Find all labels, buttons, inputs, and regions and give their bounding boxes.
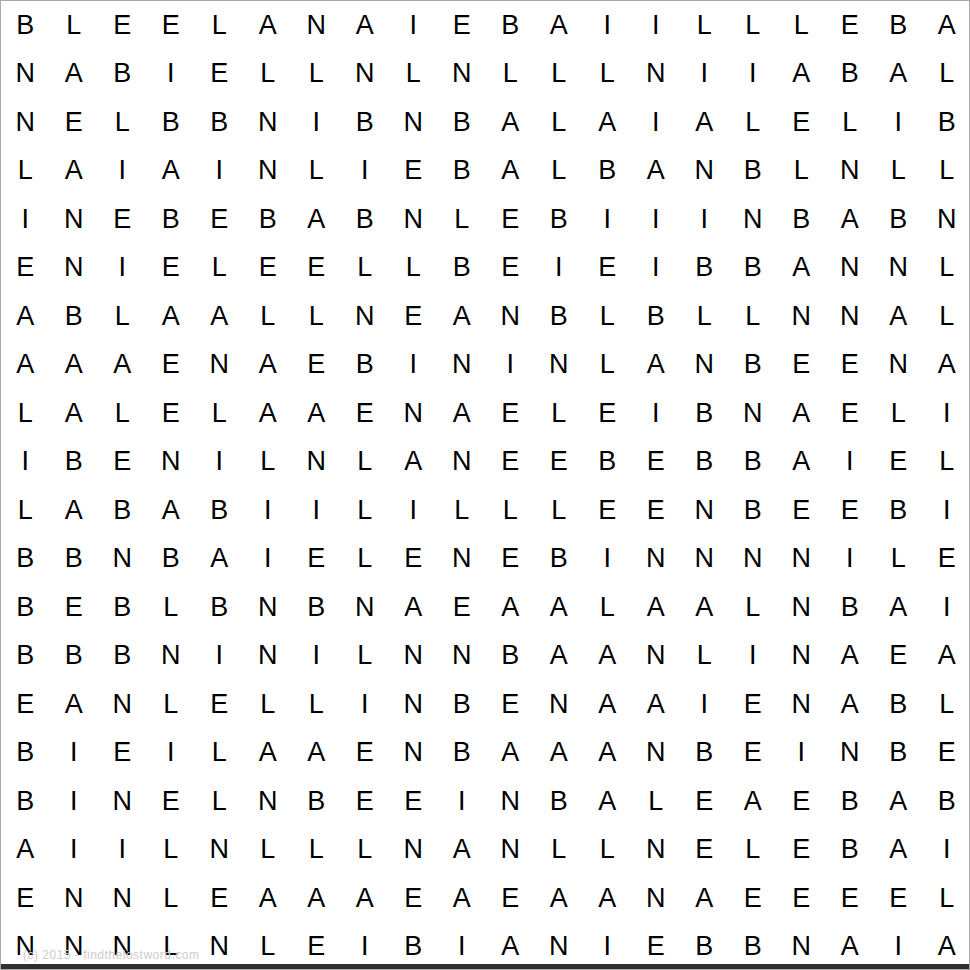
grid-cell[interactable]: L <box>98 389 147 438</box>
grid-cell[interactable]: E <box>1 874 50 923</box>
grid-cell[interactable]: E <box>826 874 875 923</box>
grid-cell[interactable]: N <box>680 535 729 584</box>
grid-cell[interactable]: A <box>147 147 196 196</box>
grid-cell[interactable]: I <box>341 147 390 196</box>
grid-cell[interactable]: N <box>535 923 584 970</box>
grid-cell[interactable]: B <box>1 729 50 778</box>
grid-cell[interactable]: B <box>195 583 244 632</box>
grid-cell[interactable]: A <box>50 341 99 390</box>
grid-cell[interactable]: N <box>50 244 99 293</box>
grid-cell[interactable]: L <box>535 50 584 99</box>
grid-cell[interactable]: E <box>486 389 535 438</box>
grid-cell[interactable]: N <box>632 50 681 99</box>
grid-cell[interactable]: N <box>777 535 826 584</box>
grid-cell[interactable]: L <box>923 147 970 196</box>
grid-cell[interactable]: I <box>292 632 341 681</box>
grid-cell[interactable]: L <box>583 583 632 632</box>
grid-cell[interactable]: E <box>583 486 632 535</box>
grid-cell[interactable]: A <box>777 389 826 438</box>
grid-cell[interactable]: L <box>729 1 778 50</box>
grid-cell[interactable]: B <box>826 777 875 826</box>
grid-cell[interactable]: I <box>680 680 729 729</box>
grid-cell[interactable]: E <box>486 535 535 584</box>
grid-cell[interactable]: B <box>874 195 923 244</box>
grid-cell[interactable]: N <box>632 874 681 923</box>
grid-cell[interactable]: A <box>680 583 729 632</box>
grid-cell[interactable]: E <box>826 486 875 535</box>
grid-cell[interactable]: L <box>777 147 826 196</box>
grid-cell[interactable]: B <box>729 486 778 535</box>
grid-cell[interactable]: E <box>486 195 535 244</box>
grid-cell[interactable]: E <box>486 244 535 293</box>
grid-cell[interactable]: A <box>1 341 50 390</box>
grid-cell[interactable]: E <box>50 98 99 147</box>
grid-cell[interactable]: I <box>583 1 632 50</box>
grid-cell[interactable]: I <box>486 341 535 390</box>
grid-cell[interactable]: I <box>632 195 681 244</box>
grid-cell[interactable]: A <box>292 874 341 923</box>
grid-cell[interactable]: L <box>341 244 390 293</box>
grid-cell[interactable]: I <box>632 1 681 50</box>
grid-cell[interactable]: E <box>777 341 826 390</box>
grid-cell[interactable]: E <box>195 874 244 923</box>
grid-cell[interactable]: A <box>341 1 390 50</box>
grid-cell[interactable]: I <box>874 923 923 970</box>
grid-cell[interactable]: N <box>98 680 147 729</box>
grid-cell[interactable]: B <box>292 777 341 826</box>
grid-cell[interactable]: B <box>777 195 826 244</box>
grid-cell[interactable]: A <box>535 1 584 50</box>
grid-cell[interactable]: I <box>535 244 584 293</box>
grid-cell[interactable]: L <box>535 486 584 535</box>
grid-cell[interactable]: N <box>50 195 99 244</box>
grid-cell[interactable]: B <box>583 438 632 487</box>
grid-cell[interactable]: E <box>826 341 875 390</box>
grid-cell[interactable]: I <box>729 632 778 681</box>
grid-cell[interactable]: B <box>195 98 244 147</box>
grid-cell[interactable]: E <box>1 244 50 293</box>
grid-cell[interactable]: N <box>147 632 196 681</box>
grid-cell[interactable]: L <box>923 50 970 99</box>
grid-cell[interactable]: A <box>244 389 293 438</box>
grid-cell[interactable]: A <box>389 438 438 487</box>
grid-cell[interactable]: L <box>195 1 244 50</box>
grid-cell[interactable]: A <box>389 583 438 632</box>
grid-cell[interactable]: L <box>292 680 341 729</box>
grid-cell[interactable]: N <box>729 195 778 244</box>
grid-cell[interactable]: I <box>98 147 147 196</box>
grid-cell[interactable]: N <box>535 680 584 729</box>
grid-cell[interactable]: B <box>632 292 681 341</box>
grid-cell[interactable]: N <box>389 98 438 147</box>
grid-cell[interactable]: A <box>826 195 875 244</box>
grid-cell[interactable]: N <box>389 632 438 681</box>
grid-cell[interactable]: E <box>777 826 826 875</box>
grid-cell[interactable]: B <box>680 389 729 438</box>
grid-cell[interactable]: L <box>244 438 293 487</box>
grid-cell[interactable]: E <box>341 777 390 826</box>
grid-cell[interactable]: I <box>874 98 923 147</box>
grid-cell[interactable]: A <box>874 50 923 99</box>
grid-cell[interactable]: N <box>438 632 487 681</box>
grid-cell[interactable]: N <box>244 98 293 147</box>
grid-cell[interactable]: E <box>389 292 438 341</box>
grid-cell[interactable]: E <box>826 389 875 438</box>
grid-cell[interactable]: E <box>874 632 923 681</box>
grid-cell[interactable]: B <box>874 1 923 50</box>
grid-cell[interactable]: N <box>341 292 390 341</box>
grid-cell[interactable]: B <box>98 583 147 632</box>
grid-cell[interactable]: I <box>583 923 632 970</box>
grid-cell[interactable]: N <box>777 680 826 729</box>
grid-cell[interactable]: E <box>389 777 438 826</box>
grid-cell[interactable]: E <box>244 244 293 293</box>
grid-cell[interactable]: A <box>535 583 584 632</box>
grid-cell[interactable]: I <box>244 535 293 584</box>
grid-cell[interactable]: I <box>632 389 681 438</box>
grid-cell[interactable]: L <box>777 1 826 50</box>
grid-cell[interactable]: N <box>923 195 970 244</box>
grid-cell[interactable]: L <box>923 680 970 729</box>
grid-cell[interactable]: E <box>147 341 196 390</box>
grid-cell[interactable]: E <box>292 341 341 390</box>
grid-cell[interactable]: E <box>1 680 50 729</box>
grid-cell[interactable]: N <box>341 583 390 632</box>
grid-cell[interactable]: N <box>680 341 729 390</box>
grid-cell[interactable]: L <box>98 98 147 147</box>
grid-cell[interactable]: E <box>98 195 147 244</box>
grid-cell[interactable]: I <box>98 826 147 875</box>
grid-cell[interactable]: A <box>826 923 875 970</box>
grid-cell[interactable]: L <box>244 292 293 341</box>
grid-cell[interactable]: A <box>341 874 390 923</box>
grid-cell[interactable]: N <box>777 583 826 632</box>
grid-cell[interactable]: L <box>1 486 50 535</box>
grid-cell[interactable]: L <box>583 50 632 99</box>
grid-cell[interactable]: I <box>632 244 681 293</box>
grid-cell[interactable]: L <box>341 632 390 681</box>
grid-cell[interactable]: B <box>826 583 875 632</box>
grid-cell[interactable]: I <box>147 729 196 778</box>
grid-cell[interactable]: A <box>535 632 584 681</box>
grid-cell[interactable]: B <box>923 98 970 147</box>
grid-cell[interactable]: B <box>680 244 729 293</box>
grid-cell[interactable]: I <box>923 826 970 875</box>
grid-cell[interactable]: N <box>486 777 535 826</box>
grid-cell[interactable]: I <box>389 341 438 390</box>
grid-cell[interactable]: B <box>438 147 487 196</box>
grid-cell[interactable]: L <box>244 50 293 99</box>
grid-cell[interactable]: A <box>50 50 99 99</box>
grid-cell[interactable]: L <box>292 292 341 341</box>
grid-cell[interactable]: I <box>826 438 875 487</box>
grid-cell[interactable]: E <box>147 777 196 826</box>
grid-cell[interactable]: B <box>874 680 923 729</box>
grid-cell[interactable]: A <box>583 874 632 923</box>
grid-cell[interactable]: L <box>147 680 196 729</box>
grid-cell[interactable]: A <box>486 583 535 632</box>
grid-cell[interactable]: L <box>292 826 341 875</box>
grid-cell[interactable]: L <box>292 147 341 196</box>
grid-cell[interactable]: B <box>147 98 196 147</box>
grid-cell[interactable]: L <box>195 777 244 826</box>
grid-cell[interactable]: I <box>389 486 438 535</box>
grid-cell[interactable]: B <box>438 729 487 778</box>
grid-cell[interactable]: A <box>438 874 487 923</box>
grid-cell[interactable]: A <box>147 292 196 341</box>
grid-cell[interactable]: A <box>874 292 923 341</box>
grid-cell[interactable]: A <box>874 826 923 875</box>
grid-cell[interactable]: N <box>680 486 729 535</box>
grid-cell[interactable]: I <box>923 389 970 438</box>
grid-cell[interactable]: B <box>680 438 729 487</box>
grid-cell[interactable]: A <box>874 777 923 826</box>
grid-cell[interactable]: L <box>438 486 487 535</box>
grid-cell[interactable]: L <box>680 292 729 341</box>
grid-cell[interactable]: I <box>50 826 99 875</box>
grid-cell[interactable]: B <box>923 777 970 826</box>
grid-cell[interactable]: N <box>244 632 293 681</box>
grid-cell[interactable]: L <box>923 244 970 293</box>
grid-cell[interactable]: E <box>777 777 826 826</box>
grid-cell[interactable]: E <box>195 50 244 99</box>
grid-cell[interactable]: L <box>729 98 778 147</box>
grid-cell[interactable]: L <box>923 874 970 923</box>
grid-cell[interactable]: N <box>777 923 826 970</box>
grid-cell[interactable]: E <box>98 438 147 487</box>
grid-cell[interactable]: L <box>923 292 970 341</box>
grid-cell[interactable]: A <box>292 195 341 244</box>
grid-cell[interactable]: B <box>826 50 875 99</box>
grid-cell[interactable]: I <box>195 632 244 681</box>
grid-cell[interactable]: N <box>632 535 681 584</box>
grid-cell[interactable]: A <box>50 486 99 535</box>
grid-cell[interactable]: I <box>1 195 50 244</box>
grid-cell[interactable]: B <box>583 147 632 196</box>
grid-cell[interactable]: A <box>438 292 487 341</box>
grid-cell[interactable]: N <box>874 244 923 293</box>
grid-cell[interactable]: L <box>438 195 487 244</box>
grid-cell[interactable]: L <box>729 292 778 341</box>
grid-cell[interactable]: B <box>729 341 778 390</box>
grid-cell[interactable]: E <box>98 729 147 778</box>
grid-cell[interactable]: A <box>292 729 341 778</box>
grid-cell[interactable]: A <box>777 244 826 293</box>
grid-cell[interactable]: L <box>389 244 438 293</box>
grid-cell[interactable]: A <box>583 729 632 778</box>
grid-cell[interactable]: L <box>486 486 535 535</box>
grid-cell[interactable]: B <box>729 244 778 293</box>
grid-cell[interactable]: N <box>98 777 147 826</box>
grid-cell[interactable]: E <box>486 680 535 729</box>
grid-cell[interactable]: E <box>583 244 632 293</box>
grid-cell[interactable]: I <box>729 50 778 99</box>
grid-cell[interactable]: E <box>341 389 390 438</box>
grid-cell[interactable]: N <box>389 729 438 778</box>
grid-cell[interactable]: E <box>729 680 778 729</box>
grid-cell[interactable]: N <box>438 341 487 390</box>
grid-cell[interactable]: L <box>195 729 244 778</box>
grid-cell[interactable]: A <box>583 98 632 147</box>
grid-cell[interactable]: B <box>98 486 147 535</box>
grid-cell[interactable]: L <box>826 98 875 147</box>
grid-cell[interactable]: B <box>50 292 99 341</box>
grid-cell[interactable]: E <box>147 1 196 50</box>
grid-cell[interactable]: B <box>1 535 50 584</box>
grid-cell[interactable]: I <box>583 195 632 244</box>
grid-cell[interactable]: B <box>50 535 99 584</box>
grid-cell[interactable]: N <box>50 874 99 923</box>
grid-cell[interactable]: E <box>389 535 438 584</box>
grid-cell[interactable]: B <box>195 486 244 535</box>
grid-cell[interactable]: E <box>98 1 147 50</box>
grid-cell[interactable]: N <box>826 147 875 196</box>
grid-cell[interactable]: E <box>292 244 341 293</box>
grid-cell[interactable]: N <box>486 292 535 341</box>
grid-cell[interactable]: I <box>292 98 341 147</box>
grid-cell[interactable]: I <box>632 98 681 147</box>
grid-cell[interactable]: B <box>535 535 584 584</box>
grid-cell[interactable]: E <box>632 438 681 487</box>
grid-cell[interactable]: L <box>535 826 584 875</box>
grid-cell[interactable]: A <box>438 389 487 438</box>
grid-cell[interactable]: L <box>680 1 729 50</box>
grid-cell[interactable]: E <box>923 535 970 584</box>
grid-cell[interactable]: N <box>826 244 875 293</box>
grid-cell[interactable]: E <box>292 535 341 584</box>
grid-cell[interactable]: A <box>632 147 681 196</box>
grid-cell[interactable]: L <box>341 486 390 535</box>
grid-cell[interactable]: B <box>147 535 196 584</box>
grid-cell[interactable]: A <box>195 535 244 584</box>
grid-cell[interactable]: L <box>389 50 438 99</box>
grid-cell[interactable]: N <box>98 874 147 923</box>
grid-cell[interactable]: N <box>195 923 244 970</box>
grid-cell[interactable]: I <box>583 535 632 584</box>
grid-cell[interactable]: N <box>195 826 244 875</box>
grid-cell[interactable]: E <box>729 729 778 778</box>
grid-cell[interactable]: B <box>1 777 50 826</box>
grid-cell[interactable]: L <box>874 535 923 584</box>
grid-cell[interactable]: N <box>244 583 293 632</box>
grid-cell[interactable]: B <box>98 632 147 681</box>
grid-cell[interactable]: A <box>583 680 632 729</box>
grid-cell[interactable]: L <box>874 389 923 438</box>
grid-cell[interactable]: E <box>777 486 826 535</box>
grid-cell[interactable]: I <box>389 1 438 50</box>
grid-cell[interactable]: N <box>438 438 487 487</box>
grid-cell[interactable]: L <box>486 50 535 99</box>
grid-cell[interactable]: L <box>729 826 778 875</box>
grid-cell[interactable]: L <box>341 438 390 487</box>
grid-cell[interactable]: A <box>583 632 632 681</box>
grid-cell[interactable]: N <box>777 632 826 681</box>
grid-cell[interactable]: L <box>535 98 584 147</box>
grid-cell[interactable]: E <box>632 486 681 535</box>
grid-cell[interactable]: E <box>438 583 487 632</box>
grid-cell[interactable]: I <box>438 777 487 826</box>
grid-cell[interactable]: I <box>98 244 147 293</box>
grid-cell[interactable]: E <box>826 1 875 50</box>
grid-cell[interactable]: N <box>147 438 196 487</box>
grid-cell[interactable]: A <box>632 341 681 390</box>
grid-cell[interactable]: A <box>826 632 875 681</box>
grid-cell[interactable]: I <box>777 729 826 778</box>
grid-cell[interactable]: A <box>244 341 293 390</box>
grid-cell[interactable]: B <box>486 1 535 50</box>
grid-cell[interactable]: L <box>244 923 293 970</box>
grid-cell[interactable]: L <box>583 341 632 390</box>
grid-cell[interactable]: A <box>1 292 50 341</box>
grid-cell[interactable]: N <box>486 826 535 875</box>
grid-cell[interactable]: B <box>438 680 487 729</box>
grid-cell[interactable]: E <box>874 438 923 487</box>
grid-cell[interactable]: N <box>874 341 923 390</box>
grid-cell[interactable]: L <box>50 1 99 50</box>
grid-cell[interactable]: L <box>874 147 923 196</box>
grid-cell[interactable]: N <box>244 147 293 196</box>
grid-cell[interactable]: E <box>195 195 244 244</box>
grid-cell[interactable]: A <box>923 1 970 50</box>
grid-cell[interactable]: I <box>680 50 729 99</box>
grid-cell[interactable]: B <box>147 195 196 244</box>
grid-cell[interactable]: L <box>147 923 196 970</box>
grid-cell[interactable]: A <box>486 98 535 147</box>
grid-cell[interactable]: I <box>292 486 341 535</box>
grid-cell[interactable]: N <box>98 923 147 970</box>
grid-cell[interactable]: A <box>923 923 970 970</box>
grid-cell[interactable]: A <box>680 98 729 147</box>
grid-cell[interactable]: L <box>244 826 293 875</box>
grid-cell[interactable]: N <box>195 341 244 390</box>
grid-cell[interactable]: N <box>1 923 50 970</box>
grid-cell[interactable]: B <box>50 632 99 681</box>
grid-cell[interactable]: I <box>1 438 50 487</box>
grid-cell[interactable]: A <box>680 874 729 923</box>
grid-cell[interactable]: A <box>826 680 875 729</box>
grid-cell[interactable]: B <box>389 923 438 970</box>
grid-cell[interactable]: E <box>486 874 535 923</box>
grid-cell[interactable]: E <box>389 874 438 923</box>
grid-cell[interactable]: A <box>583 777 632 826</box>
grid-cell[interactable]: B <box>826 826 875 875</box>
grid-cell[interactable]: E <box>438 1 487 50</box>
grid-cell[interactable]: E <box>50 583 99 632</box>
grid-cell[interactable]: L <box>341 826 390 875</box>
grid-cell[interactable]: N <box>632 632 681 681</box>
grid-cell[interactable]: B <box>1 583 50 632</box>
grid-cell[interactable]: E <box>680 777 729 826</box>
grid-cell[interactable]: B <box>729 147 778 196</box>
grid-cell[interactable]: I <box>50 729 99 778</box>
grid-cell[interactable]: L <box>195 244 244 293</box>
grid-cell[interactable]: A <box>777 50 826 99</box>
grid-cell[interactable]: I <box>438 923 487 970</box>
grid-cell[interactable]: E <box>341 729 390 778</box>
grid-cell[interactable]: I <box>341 680 390 729</box>
grid-cell[interactable]: B <box>874 729 923 778</box>
grid-cell[interactable]: E <box>292 923 341 970</box>
grid-cell[interactable]: I <box>147 50 196 99</box>
grid-cell[interactable]: A <box>438 826 487 875</box>
grid-cell[interactable]: A <box>486 923 535 970</box>
grid-cell[interactable]: N <box>292 438 341 487</box>
grid-cell[interactable]: N <box>292 1 341 50</box>
grid-cell[interactable]: A <box>535 729 584 778</box>
grid-cell[interactable]: B <box>341 341 390 390</box>
grid-cell[interactable]: E <box>729 874 778 923</box>
grid-cell[interactable]: N <box>389 195 438 244</box>
